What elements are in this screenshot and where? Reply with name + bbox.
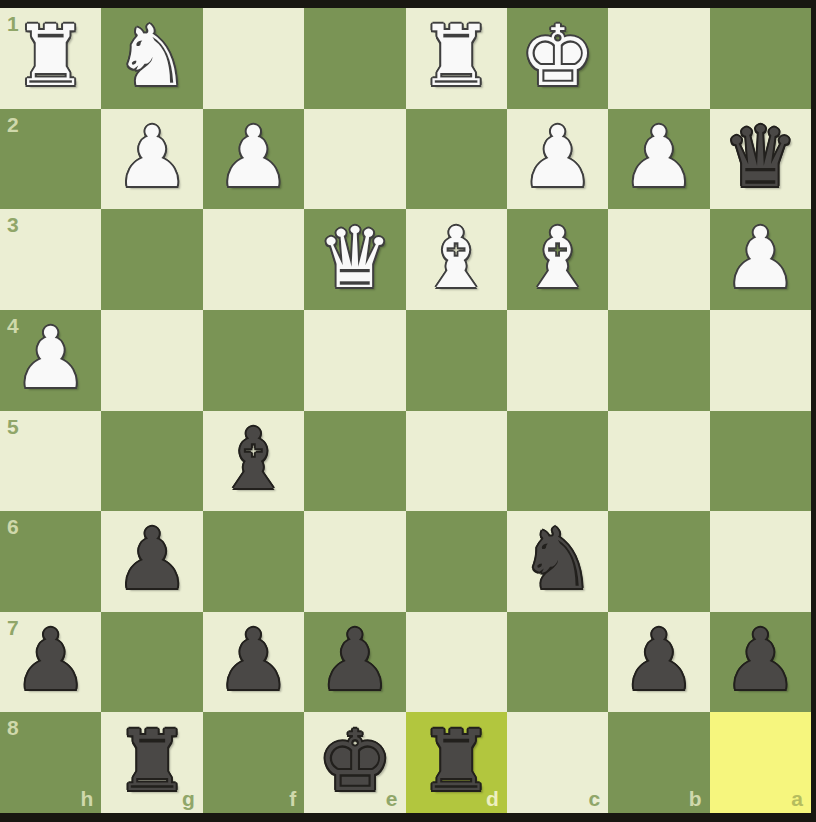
rank-label-8: 8 <box>7 717 19 738</box>
square-c5[interactable] <box>507 411 608 512</box>
square-g8[interactable]: g♜ <box>101 712 202 813</box>
square-d5[interactable] <box>406 411 507 512</box>
square-d4[interactable] <box>406 310 507 411</box>
square-c3[interactable]: ♝ <box>507 209 608 310</box>
square-d1[interactable]: ♜ <box>406 8 507 109</box>
square-a1[interactable] <box>710 8 811 109</box>
square-c7[interactable] <box>507 612 608 713</box>
square-c6[interactable]: ♞ <box>507 511 608 612</box>
rank-label-6: 6 <box>7 516 19 537</box>
square-h7[interactable]: 7♟ <box>0 612 101 713</box>
chess-board: 1♜♞♜♚2♟♟♟♟♛3♛♝♝♟4♟5♝6♟♞7♟♟♟♟♟8hg♜fe♚d♜cb… <box>0 8 811 813</box>
white-pawn[interactable]: ♟ <box>216 115 291 199</box>
square-g7[interactable] <box>101 612 202 713</box>
file-label-h: h <box>81 788 94 809</box>
square-h4[interactable]: 4♟ <box>0 310 101 411</box>
square-f4[interactable] <box>203 310 304 411</box>
square-b7[interactable]: ♟ <box>608 612 709 713</box>
black-bishop[interactable]: ♝ <box>216 417 291 501</box>
square-f5[interactable]: ♝ <box>203 411 304 512</box>
black-rook[interactable]: ♜ <box>114 719 189 803</box>
square-e4[interactable] <box>304 310 405 411</box>
black-pawn[interactable]: ♟ <box>216 618 291 702</box>
square-b8[interactable]: b <box>608 712 709 813</box>
square-a5[interactable] <box>710 411 811 512</box>
square-g4[interactable] <box>101 310 202 411</box>
square-f1[interactable] <box>203 8 304 109</box>
black-king[interactable]: ♚ <box>317 719 392 803</box>
square-e2[interactable] <box>304 109 405 210</box>
square-h3[interactable]: 3 <box>0 209 101 310</box>
square-g2[interactable]: ♟ <box>101 109 202 210</box>
black-knight[interactable]: ♞ <box>520 517 595 601</box>
square-e3[interactable]: ♛ <box>304 209 405 310</box>
square-e1[interactable] <box>304 8 405 109</box>
square-g6[interactable]: ♟ <box>101 511 202 612</box>
white-bishop[interactable]: ♝ <box>520 216 595 300</box>
square-h1[interactable]: 1♜ <box>0 8 101 109</box>
black-pawn[interactable]: ♟ <box>114 517 189 601</box>
square-g1[interactable]: ♞ <box>101 8 202 109</box>
square-d3[interactable]: ♝ <box>406 209 507 310</box>
white-knight[interactable]: ♞ <box>114 14 189 98</box>
square-f3[interactable] <box>203 209 304 310</box>
square-a3[interactable]: ♟ <box>710 209 811 310</box>
white-queen[interactable]: ♛ <box>317 216 392 300</box>
square-a4[interactable] <box>710 310 811 411</box>
white-pawn[interactable]: ♟ <box>621 115 696 199</box>
square-c2[interactable]: ♟ <box>507 109 608 210</box>
square-b3[interactable] <box>608 209 709 310</box>
square-f6[interactable] <box>203 511 304 612</box>
square-b1[interactable] <box>608 8 709 109</box>
square-a6[interactable] <box>710 511 811 612</box>
square-b2[interactable]: ♟ <box>608 109 709 210</box>
square-c8[interactable]: c <box>507 712 608 813</box>
white-pawn[interactable]: ♟ <box>114 115 189 199</box>
square-d7[interactable] <box>406 612 507 713</box>
square-h5[interactable]: 5 <box>0 411 101 512</box>
square-c4[interactable] <box>507 310 608 411</box>
square-a8[interactable]: a <box>710 712 811 813</box>
square-g3[interactable] <box>101 209 202 310</box>
square-e7[interactable]: ♟ <box>304 612 405 713</box>
square-c1[interactable]: ♚ <box>507 8 608 109</box>
white-rook[interactable]: ♜ <box>419 14 494 98</box>
black-pawn[interactable]: ♟ <box>13 618 88 702</box>
black-pawn[interactable]: ♟ <box>621 618 696 702</box>
file-label-b: b <box>689 788 702 809</box>
white-pawn[interactable]: ♟ <box>723 216 798 300</box>
white-pawn[interactable]: ♟ <box>520 115 595 199</box>
black-pawn[interactable]: ♟ <box>317 618 392 702</box>
square-d2[interactable] <box>406 109 507 210</box>
square-d6[interactable] <box>406 511 507 612</box>
square-a2[interactable]: ♛ <box>710 109 811 210</box>
square-e8[interactable]: e♚ <box>304 712 405 813</box>
square-b6[interactable] <box>608 511 709 612</box>
square-h6[interactable]: 6 <box>0 511 101 612</box>
square-f2[interactable]: ♟ <box>203 109 304 210</box>
file-label-a: a <box>791 788 803 809</box>
white-rook[interactable]: ♜ <box>13 14 88 98</box>
file-label-c: c <box>589 788 601 809</box>
square-a7[interactable]: ♟ <box>710 612 811 713</box>
rank-label-2: 2 <box>7 114 19 135</box>
white-pawn[interactable]: ♟ <box>13 316 88 400</box>
rank-label-3: 3 <box>7 214 19 235</box>
square-e5[interactable] <box>304 411 405 512</box>
square-h2[interactable]: 2 <box>0 109 101 210</box>
square-e6[interactable] <box>304 511 405 612</box>
rank-label-5: 5 <box>7 416 19 437</box>
white-bishop[interactable]: ♝ <box>419 216 494 300</box>
square-f7[interactable]: ♟ <box>203 612 304 713</box>
white-king[interactable]: ♚ <box>520 14 595 98</box>
square-b5[interactable] <box>608 411 709 512</box>
black-queen[interactable]: ♛ <box>723 115 798 199</box>
square-f8[interactable]: f <box>203 712 304 813</box>
square-h8[interactable]: 8h <box>0 712 101 813</box>
black-rook[interactable]: ♜ <box>419 719 494 803</box>
square-g5[interactable] <box>101 411 202 512</box>
square-d8[interactable]: d♜ <box>406 712 507 813</box>
black-pawn[interactable]: ♟ <box>723 618 798 702</box>
square-b4[interactable] <box>608 310 709 411</box>
file-label-f: f <box>289 788 296 809</box>
